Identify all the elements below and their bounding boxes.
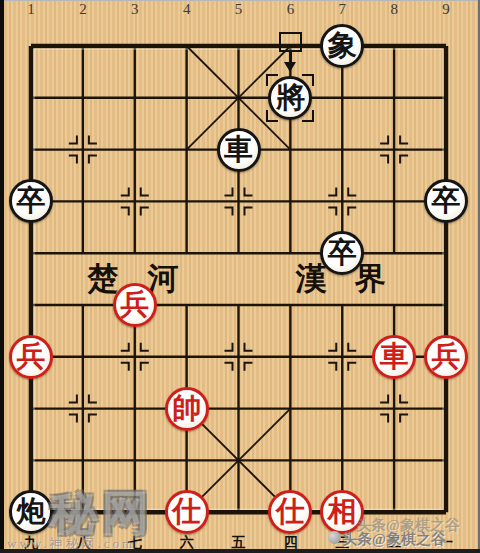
file-label-top-5: 5 bbox=[226, 1, 252, 18]
selection-bracket-tr bbox=[302, 74, 314, 86]
file-label-top-4: 4 bbox=[174, 1, 200, 18]
piece-black-elephant[interactable]: 象 bbox=[320, 24, 364, 68]
river-char-right-0: 漢 bbox=[296, 258, 327, 300]
watermark-stamp: 头条@象棋之谷 bbox=[342, 530, 446, 549]
file-label-top-1: 1 bbox=[18, 1, 44, 18]
image-edge-top bbox=[0, 0, 480, 1]
move-from-square bbox=[279, 32, 302, 52]
file-label-top-7: 7 bbox=[329, 1, 355, 18]
piece-red-soldier[interactable]: 兵 bbox=[113, 283, 157, 327]
piece-red-soldier[interactable]: 兵 bbox=[424, 335, 468, 379]
file-label-top-8: 8 bbox=[381, 1, 407, 18]
river-char-left-0: 楚 bbox=[88, 258, 119, 300]
piece-red-soldier[interactable]: 兵 bbox=[9, 335, 53, 379]
xiangqi-diagram: 123456789 九八七六五四三二一 楚河漢界 象將車卒卒卒炮兵兵車兵帥仕仕相… bbox=[0, 0, 480, 553]
piece-red-general[interactable]: 帥 bbox=[165, 387, 209, 431]
selection-bracket-bl bbox=[266, 110, 278, 122]
piece-red-chariot[interactable]: 車 bbox=[372, 335, 416, 379]
piece-black-cannon[interactable]: 炮 bbox=[9, 490, 53, 534]
image-edge-left bbox=[0, 0, 4, 553]
piece-black-soldier[interactable]: 卒 bbox=[320, 231, 364, 275]
move-arrow-head bbox=[284, 62, 296, 72]
file-label-top-2: 2 bbox=[70, 1, 96, 18]
piece-red-advisor[interactable]: 仕 bbox=[268, 490, 312, 534]
piece-red-advisor[interactable]: 仕 bbox=[165, 490, 209, 534]
piece-black-soldier[interactable]: 卒 bbox=[9, 179, 53, 223]
piece-black-chariot[interactable]: 車 bbox=[217, 128, 261, 172]
selection-bracket-tl bbox=[266, 74, 278, 86]
image-edge-bottom bbox=[0, 549, 480, 553]
watermark-stamp-icon bbox=[328, 531, 341, 544]
file-label-top-9: 9 bbox=[433, 1, 459, 18]
piece-black-soldier[interactable]: 卒 bbox=[424, 179, 468, 223]
file-label-top-6: 6 bbox=[277, 1, 303, 18]
file-label-top-3: 3 bbox=[122, 1, 148, 18]
selection-bracket-br bbox=[302, 110, 314, 122]
board-grid bbox=[0, 0, 480, 553]
